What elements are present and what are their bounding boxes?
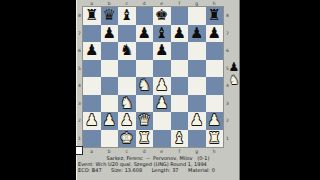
white-queen-d2: ♛ <box>136 112 154 130</box>
file-label-a: a <box>83 148 101 155</box>
white-rook-h1: ♜ <box>206 130 224 148</box>
white-pawn-e4: ♟ <box>153 77 171 95</box>
square-h1: ♜ <box>206 130 224 148</box>
rank-labels-left: 87654321 <box>76 7 83 147</box>
file-label-f: f <box>171 148 189 155</box>
square-d4: ♞ <box>136 77 154 95</box>
black-pawn-d7: ♟ <box>136 25 154 43</box>
square-h8: ♜ <box>206 7 224 25</box>
square-e6: ♟ <box>153 42 171 60</box>
file-label-c: c <box>118 148 136 155</box>
white-king-c1: ♚ <box>118 130 136 148</box>
square-d3 <box>136 95 154 113</box>
square-c7 <box>118 25 136 43</box>
black-pawn-e6: ♟ <box>153 42 171 60</box>
file-label-b: b <box>101 148 119 155</box>
file-label-d: d <box>136 0 154 7</box>
white-pawn-h2: ♟ <box>206 112 224 130</box>
black-pawn-f7: ♟ <box>171 25 189 43</box>
square-b2: ♟ <box>101 112 119 130</box>
black-rook-h8: ♜ <box>206 7 224 25</box>
file-labels-bottom: abcdefgh <box>83 148 223 155</box>
black-pawn-b7: ♟ <box>101 25 119 43</box>
rank-label-8: 8 <box>224 7 231 25</box>
square-d7: ♟ <box>136 25 154 43</box>
chess-board: ♜♛♝♚♜♟♟♝♟♟♟♟♞♟♞♟♞♟♟♟♟♛♟♟♚♜♝♜ <box>83 7 223 147</box>
black-king-e8: ♚ <box>153 7 171 25</box>
square-h6 <box>206 42 224 60</box>
square-f8 <box>171 7 189 25</box>
white-to-move-indicator <box>76 146 83 155</box>
square-a4 <box>83 77 101 95</box>
rank-label-1: 1 <box>224 130 231 148</box>
square-b1 <box>101 130 119 148</box>
square-h4 <box>206 77 224 95</box>
chess-gui-frame: abcdefgh abcdefgh 87654321 87654321 ♜♛♝♚… <box>76 0 240 180</box>
square-e8: ♚ <box>153 7 171 25</box>
black-pawn-h7: ♟ <box>206 25 224 43</box>
rank-label-7: 7 <box>76 25 83 43</box>
game-stats-line: ECO: B47 Size: 13.608 Length: 37 Materia… <box>78 167 215 173</box>
square-g8 <box>188 7 206 25</box>
black-pawn-g7: ♟ <box>188 25 206 43</box>
square-e7: ♝ <box>153 25 171 43</box>
square-h2: ♟ <box>206 112 224 130</box>
square-d5 <box>136 60 154 78</box>
rank-label-8: 8 <box>76 7 83 25</box>
rank-label-5: 5 <box>76 60 83 78</box>
square-d2: ♛ <box>136 112 154 130</box>
white-pawn-c2: ♟ <box>118 112 136 130</box>
black-queen-b8: ♛ <box>101 7 119 25</box>
rank-label-3: 3 <box>76 95 83 113</box>
black-bishop-e7: ♝ <box>153 25 171 43</box>
square-d6 <box>136 42 154 60</box>
square-g4 <box>188 77 206 95</box>
square-e4: ♟ <box>153 77 171 95</box>
square-g1 <box>188 130 206 148</box>
square-b3 <box>101 95 119 113</box>
black-rook-a8: ♜ <box>83 7 101 25</box>
square-g3 <box>188 95 206 113</box>
square-e1 <box>153 130 171 148</box>
square-b8: ♛ <box>101 7 119 25</box>
square-c8: ♝ <box>118 7 136 25</box>
square-a7 <box>83 25 101 43</box>
square-f3 <box>171 95 189 113</box>
square-c4 <box>118 77 136 95</box>
square-c6: ♞ <box>118 42 136 60</box>
file-label-g: g <box>188 148 206 155</box>
white-pawn-e3: ♟ <box>153 95 171 113</box>
video-frame: abcdefgh abcdefgh 87654321 87654321 ♜♛♝♚… <box>0 0 320 180</box>
square-f5 <box>171 60 189 78</box>
rank-label-3: 3 <box>224 95 231 113</box>
white-pawn-a2: ♟ <box>83 112 101 130</box>
rank-label-2: 2 <box>76 112 83 130</box>
rank-label-1: 1 <box>76 130 83 148</box>
rank-label-2: 2 <box>224 112 231 130</box>
square-f6 <box>171 42 189 60</box>
square-f2 <box>171 112 189 130</box>
square-g7: ♟ <box>188 25 206 43</box>
rank-label-6: 6 <box>224 42 231 60</box>
square-c5 <box>118 60 136 78</box>
square-a1 <box>83 130 101 148</box>
file-label-d: d <box>136 148 154 155</box>
rank-label-7: 7 <box>224 25 231 43</box>
black-bishop-c8: ♝ <box>118 7 136 25</box>
file-label-e: e <box>153 148 171 155</box>
square-a3 <box>83 95 101 113</box>
square-b4 <box>101 77 119 95</box>
square-a6: ♟ <box>83 42 101 60</box>
white-bishop-f1: ♝ <box>171 130 189 148</box>
square-h5 <box>206 60 224 78</box>
square-f4 <box>171 77 189 95</box>
square-b6 <box>101 42 119 60</box>
square-g5 <box>188 60 206 78</box>
square-g2: ♟ <box>188 112 206 130</box>
square-d1: ♜ <box>136 130 154 148</box>
white-pawn-b2: ♟ <box>101 112 119 130</box>
white-rook-d1: ♜ <box>136 130 154 148</box>
white-knight-d4: ♞ <box>136 77 154 95</box>
tray-white-knight: ♞ <box>229 74 240 87</box>
file-label-h: h <box>206 148 224 155</box>
square-c2: ♟ <box>118 112 136 130</box>
square-b5 <box>101 60 119 78</box>
square-e3: ♟ <box>153 95 171 113</box>
square-a5 <box>83 60 101 78</box>
square-f7: ♟ <box>171 25 189 43</box>
white-knight-c3: ♞ <box>118 95 136 113</box>
rank-label-4: 4 <box>76 77 83 95</box>
square-b7: ♟ <box>101 25 119 43</box>
square-g6 <box>188 42 206 60</box>
square-c1: ♚ <box>118 130 136 148</box>
square-a8: ♜ <box>83 7 101 25</box>
black-pawn-a6: ♟ <box>83 42 101 60</box>
square-h3 <box>206 95 224 113</box>
captured-pieces-tray: ♟♞ <box>227 61 240 87</box>
square-f1: ♝ <box>171 130 189 148</box>
square-h7: ♟ <box>206 25 224 43</box>
square-a2: ♟ <box>83 112 101 130</box>
square-c3: ♞ <box>118 95 136 113</box>
file-label-g: g <box>188 0 206 7</box>
square-e2 <box>153 112 171 130</box>
square-e5 <box>153 60 171 78</box>
file-label-f: f <box>171 0 189 7</box>
square-d8 <box>136 7 154 25</box>
rank-label-6: 6 <box>76 42 83 60</box>
black-knight-c6: ♞ <box>118 42 136 60</box>
white-pawn-g2: ♟ <box>188 112 206 130</box>
